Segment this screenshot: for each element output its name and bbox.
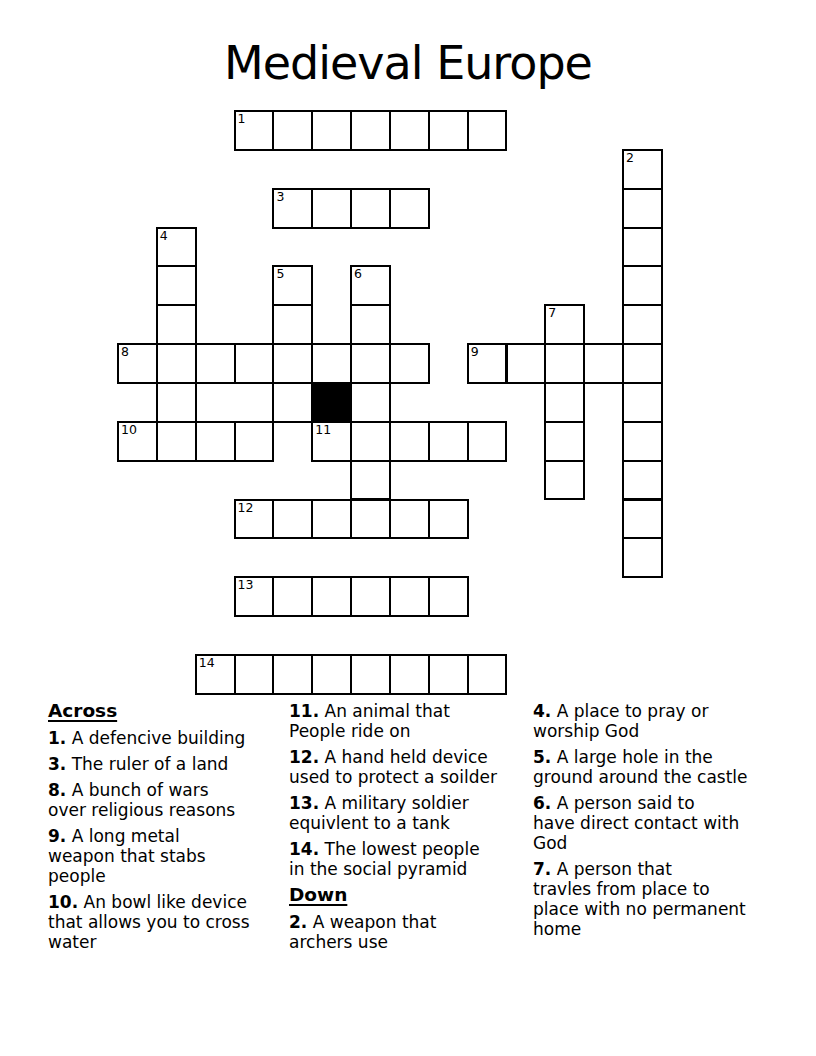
grid-cell[interactable] xyxy=(156,421,197,462)
clue-down-5: 5. A large hole in the ground around the… xyxy=(533,747,781,787)
grid-cell[interactable] xyxy=(234,421,275,462)
grid-cell[interactable] xyxy=(195,343,236,384)
grid-cell[interactable] xyxy=(544,382,585,423)
cell-number: 14 xyxy=(199,656,215,670)
grid-cell[interactable] xyxy=(311,654,352,695)
grid-cell[interactable] xyxy=(272,654,313,695)
grid-cell[interactable] xyxy=(156,304,197,345)
clue-across-11: 11. An animal that People ride on xyxy=(289,701,531,741)
grid-cell[interactable] xyxy=(272,499,313,540)
grid-cell[interactable] xyxy=(350,110,391,151)
grid-cell[interactable] xyxy=(350,304,391,345)
grid-cell[interactable] xyxy=(389,343,430,384)
clue-across-8: 8. A bunch of wars over religious reason… xyxy=(48,780,290,820)
cell-11[interactable]: 11 xyxy=(311,421,352,462)
cell-number: 9 xyxy=(471,345,479,359)
grid-cell[interactable] xyxy=(234,343,275,384)
grid-cell[interactable] xyxy=(389,110,430,151)
clue-column-1: Across 1. A defencive building 3. The ru… xyxy=(48,701,290,958)
cell-12[interactable]: 12 xyxy=(234,499,275,540)
grid-cell[interactable] xyxy=(428,421,469,462)
grid-cell[interactable] xyxy=(350,576,391,617)
grid-cell[interactable] xyxy=(272,304,313,345)
cell-7[interactable]: 7 xyxy=(544,304,585,345)
cell-13[interactable]: 13 xyxy=(234,576,275,617)
grid-cell[interactable] xyxy=(350,654,391,695)
grid-cell[interactable] xyxy=(583,343,624,384)
cell-14[interactable]: 14 xyxy=(195,654,236,695)
cell-number: 11 xyxy=(315,423,331,437)
grid-cell[interactable] xyxy=(544,343,585,384)
grid-cell[interactable] xyxy=(389,576,430,617)
cell-8[interactable]: 8 xyxy=(117,343,158,384)
puzzle-title: Medieval Europe xyxy=(0,36,816,90)
grid-cell[interactable] xyxy=(156,265,197,306)
grid-cell[interactable] xyxy=(350,421,391,462)
cell-number: 7 xyxy=(548,306,556,320)
grid-cell[interactable] xyxy=(622,188,663,229)
clue-column-3: 4. A place to pray or worship God 5. A l… xyxy=(533,701,781,945)
clue-across-9: 9. A long metal weapon that stabs people xyxy=(48,826,290,886)
clue-across-10: 10. An bowl like device that allows you … xyxy=(48,892,290,952)
cell-4[interactable]: 4 xyxy=(156,227,197,268)
grid-cell[interactable] xyxy=(350,343,391,384)
grid-cell[interactable] xyxy=(622,227,663,268)
clue-across-1: 1. A defencive building xyxy=(48,728,290,748)
grid-cell[interactable] xyxy=(311,576,352,617)
grid-cell[interactable] xyxy=(350,382,391,423)
grid-cell[interactable] xyxy=(622,460,663,501)
grid-cell[interactable] xyxy=(389,654,430,695)
clue-across-13: 13. A military soldier equivlent to a ta… xyxy=(289,793,531,833)
grid-cell[interactable] xyxy=(428,110,469,151)
worksheet-page: Medieval Europe 1234567891011121314 Acro… xyxy=(0,0,816,1056)
grid-cell[interactable] xyxy=(506,343,547,384)
grid-cell[interactable] xyxy=(389,421,430,462)
grid-cell[interactable] xyxy=(622,265,663,306)
across-heading: Across xyxy=(48,701,290,721)
black-cell xyxy=(311,382,352,423)
grid-cell[interactable] xyxy=(311,343,352,384)
cell-3[interactable]: 3 xyxy=(272,188,313,229)
cell-number: 2 xyxy=(626,151,634,165)
grid-cell[interactable] xyxy=(467,654,508,695)
grid-cell[interactable] xyxy=(311,188,352,229)
clue-down-7: 7. A person that travles from place to p… xyxy=(533,859,781,939)
clue-down-2: 2. A weapon that archers use xyxy=(289,912,531,952)
clue-across-3: 3. The ruler of a land xyxy=(48,754,290,774)
down-heading: Down xyxy=(289,885,531,905)
cell-1[interactable]: 1 xyxy=(234,110,275,151)
cell-6[interactable]: 6 xyxy=(350,265,391,306)
grid-cell[interactable] xyxy=(350,499,391,540)
grid-cell[interactable] xyxy=(272,576,313,617)
cell-number: 10 xyxy=(121,423,137,437)
grid-cell[interactable] xyxy=(389,499,430,540)
grid-cell[interactable] xyxy=(544,421,585,462)
grid-cell[interactable] xyxy=(428,576,469,617)
cell-number: 13 xyxy=(238,578,254,592)
cell-number: 5 xyxy=(276,267,284,281)
grid-cell[interactable] xyxy=(156,343,197,384)
grid-cell[interactable] xyxy=(467,421,508,462)
cell-5[interactable]: 5 xyxy=(272,265,313,306)
grid-cell[interactable] xyxy=(428,654,469,695)
grid-cell[interactable] xyxy=(350,188,391,229)
grid-cell[interactable] xyxy=(622,499,663,540)
cell-number: 12 xyxy=(238,501,254,515)
grid-cell[interactable] xyxy=(389,188,430,229)
cell-number: 3 xyxy=(276,190,284,204)
grid-cell[interactable] xyxy=(234,654,275,695)
cell-number: 8 xyxy=(121,345,129,359)
cell-number: 6 xyxy=(354,267,362,281)
grid-cell[interactable] xyxy=(311,110,352,151)
grid-cell[interactable] xyxy=(467,110,508,151)
grid-cell[interactable] xyxy=(311,499,352,540)
cell-9[interactable]: 9 xyxy=(467,343,508,384)
cell-10[interactable]: 10 xyxy=(117,421,158,462)
grid-cell[interactable] xyxy=(622,304,663,345)
clue-column-2: 11. An animal that People ride on 12. A … xyxy=(289,701,531,958)
clue-down-4: 4. A place to pray or worship God xyxy=(533,701,781,741)
grid-cell[interactable] xyxy=(622,537,663,578)
grid-cell[interactable] xyxy=(622,382,663,423)
grid-cell[interactable] xyxy=(156,382,197,423)
clue-down-6: 6. A person said to have direct contact … xyxy=(533,793,781,853)
grid-cell[interactable] xyxy=(428,499,469,540)
cell-2[interactable]: 2 xyxy=(622,149,663,190)
clue-across-14: 14. The lowest people in the social pyra… xyxy=(289,839,531,879)
grid-cell[interactable] xyxy=(544,460,585,501)
grid-cell[interactable] xyxy=(350,460,391,501)
grid-cell[interactable] xyxy=(272,110,313,151)
cell-number: 1 xyxy=(238,112,246,126)
grid-cell[interactable] xyxy=(195,421,236,462)
grid-cell[interactable] xyxy=(622,343,663,384)
grid-cell[interactable] xyxy=(272,382,313,423)
grid-cell[interactable] xyxy=(272,343,313,384)
clue-across-12: 12. A hand held device used to protect a… xyxy=(289,747,531,787)
grid-cell[interactable] xyxy=(622,421,663,462)
cell-number: 4 xyxy=(160,229,168,243)
